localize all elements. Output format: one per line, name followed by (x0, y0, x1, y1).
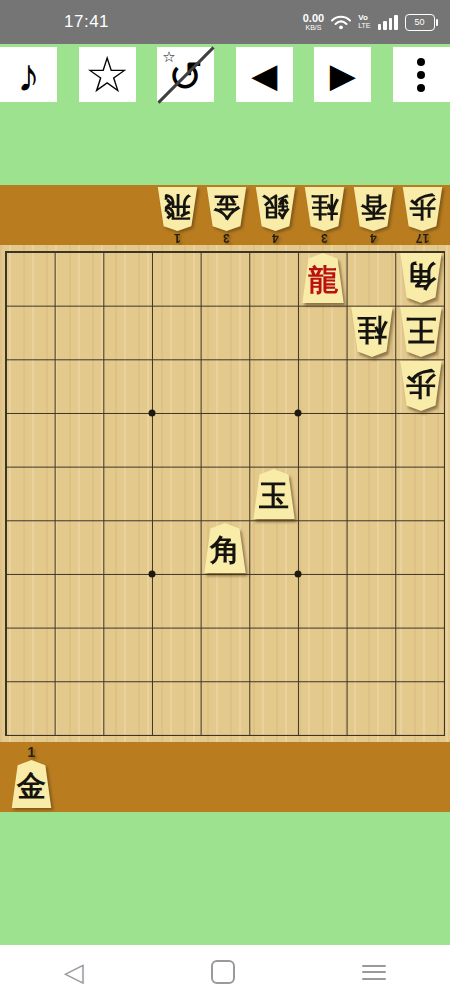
favorite-button[interactable]: ☆ (79, 47, 136, 102)
piece-kanji: 金 (17, 762, 46, 807)
hoshi-dot (148, 571, 155, 578)
nav-recents-icon[interactable] (362, 965, 386, 980)
hoshi-dot (148, 409, 155, 416)
piece-kanji: 歩 (406, 363, 436, 409)
status-bar: 17:41 0.00 KB/S Vo LTE 50 (0, 0, 450, 44)
board-piece-dragon-3a[interactable]: 龍 (301, 253, 345, 303)
hand-count: 17 (416, 231, 429, 244)
hand-count: 3 (223, 231, 230, 244)
shogi-board[interactable]: 龍 角 桂 王 歩 玉 角 (0, 245, 450, 742)
mini-star-icon: ☆ (162, 48, 175, 66)
android-nav-bar: ◁ (0, 945, 450, 999)
piece-kanji: 玉 (259, 471, 289, 517)
battery-percent: 50 (414, 18, 424, 27)
piece-kanji: 金 (213, 189, 240, 229)
piece-kanji: 香 (360, 189, 387, 229)
hand-count: 3 (321, 231, 328, 244)
hand-piece-gold[interactable]: 3 金 (205, 187, 248, 244)
volte-indicator: Vo LTE (358, 14, 370, 30)
piece-kanji: 龍 (308, 255, 338, 301)
piece-kanji: 桂 (357, 309, 387, 355)
hand-piece-gold[interactable]: 1 金 (10, 744, 53, 808)
board-piece-sente-bishop-5f[interactable]: 角 (203, 523, 247, 573)
nav-home-icon[interactable] (211, 960, 235, 984)
piece-kanji: 歩 (409, 189, 436, 229)
hand-count: 4 (370, 231, 377, 244)
hoshi-dot (295, 571, 302, 578)
hand-piece-lance[interactable]: 4 香 (352, 187, 395, 244)
prev-move-icon: ◀ (251, 58, 277, 92)
board-piece-gote-bishop-1a[interactable]: 角 (399, 253, 443, 303)
overflow-menu-icon (417, 58, 425, 92)
piece-kanji: 角 (210, 525, 240, 571)
hoshi-dot (295, 409, 302, 416)
piece-kanji: 角 (406, 255, 436, 301)
piece-kanji: 銀 (262, 189, 289, 229)
hand-piece-rook[interactable]: 1 飛 (156, 187, 199, 244)
hand-count: 1 (174, 231, 181, 244)
signal-bars-icon (378, 15, 398, 30)
shogi-app-screen: 17:41 0.00 KB/S Vo LTE 50 (0, 0, 450, 999)
hand-piece-pawn[interactable]: 17 歩 (401, 187, 444, 244)
favorite-star-icon: ☆ (85, 50, 130, 100)
overflow-menu-button[interactable] (393, 47, 450, 102)
sound-note-icon: ♪ (17, 52, 40, 98)
piece-kanji: 飛 (164, 189, 191, 229)
prev-move-button[interactable]: ◀ (236, 47, 293, 102)
sente-hand-tray: 1 金 (0, 742, 450, 812)
battery-icon: 50 (405, 14, 439, 31)
piece-kanji: 王 (406, 309, 436, 355)
board-piece-gote-knight-2b[interactable]: 桂 (350, 307, 394, 357)
green-spacer-bottom (0, 812, 450, 945)
clock: 17:41 (64, 12, 109, 32)
wifi-icon (331, 15, 351, 30)
green-spacer-top (0, 104, 450, 185)
hand-piece-knight[interactable]: 3 桂 (303, 187, 346, 244)
nav-back-icon[interactable]: ◁ (64, 959, 84, 985)
hand-piece-silver[interactable]: 4 銀 (254, 187, 297, 244)
next-move-icon: ▶ (330, 58, 356, 92)
board-piece-sente-king-4e[interactable]: 玉 (252, 469, 296, 519)
board-piece-gote-king-1b[interactable]: 王 (399, 307, 443, 357)
sound-button[interactable]: ♪ (0, 47, 57, 102)
board-piece-gote-pawn-1c[interactable]: 歩 (399, 361, 443, 411)
next-move-button[interactable]: ▶ (314, 47, 371, 102)
piece-kanji: 桂 (311, 189, 338, 229)
gote-hand-tray: 1 飛 3 金 4 銀 3 桂 4 香 (0, 185, 450, 245)
rotate-board-button[interactable]: ☆ ↺ (157, 47, 214, 102)
toolbar: ♪ ☆ ☆ ↺ ◀ ▶ (0, 44, 450, 104)
network-speed: 0.00 KB/S (303, 13, 324, 32)
hand-count: 1 (28, 744, 36, 760)
hand-count: 4 (272, 231, 279, 244)
